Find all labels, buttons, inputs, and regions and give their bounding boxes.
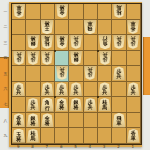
sente-silver-piece[interactable]: 銀将 bbox=[27, 113, 39, 127]
piece-kanji-label: 桂馬 bbox=[116, 5, 121, 15]
rank-label-七: 七 bbox=[3, 97, 9, 113]
piece-kanji-label: 歩兵 bbox=[73, 85, 78, 95]
board-square-5六[interactable]: 歩兵 bbox=[69, 82, 83, 98]
board-square-2一[interactable]: 桂馬 bbox=[112, 4, 126, 20]
board-square-5八[interactable] bbox=[69, 113, 83, 129]
board-square-7一[interactable] bbox=[41, 4, 55, 20]
sente-pawn-piece[interactable]: 歩兵 bbox=[27, 98, 39, 112]
board-square-6五[interactable]: 歩兵 bbox=[55, 66, 69, 82]
sente-pawn-piece[interactable]: 歩兵 bbox=[70, 82, 82, 96]
board-square-3二[interactable] bbox=[98, 20, 112, 36]
gote-pawn-piece[interactable]: 歩兵 bbox=[41, 51, 53, 65]
gote-pawn-piece[interactable]: 歩兵 bbox=[99, 51, 111, 65]
board-square-7九[interactable] bbox=[41, 128, 55, 144]
piece-kanji-label: 角行 bbox=[45, 100, 50, 110]
board-square-4五[interactable]: 歩兵 bbox=[84, 66, 98, 82]
board-square-1七[interactable] bbox=[127, 97, 141, 113]
shogi-board: 香車金将桂馬王将飛車香車銀将桂馬金将歩兵角行歩兵歩兵歩兵歩兵歩兵銀将歩兵歩兵歩兵… bbox=[9, 2, 142, 147]
board-square-5九[interactable] bbox=[69, 128, 83, 144]
gote-knight-piece[interactable]: 桂馬 bbox=[113, 4, 125, 18]
gote-pawn-piece[interactable]: 歩兵 bbox=[84, 67, 96, 81]
board-square-2七[interactable] bbox=[112, 97, 126, 113]
board-square-5四[interactable]: 銀将 bbox=[69, 51, 83, 67]
file-label-1: 1 bbox=[126, 144, 140, 149]
rank-coordinates: 一二三四五六七八九 bbox=[3, 3, 9, 143]
board-square-6三[interactable]: 金将 bbox=[55, 35, 69, 51]
board-square-3五[interactable] bbox=[98, 66, 112, 82]
piece-kanji-label: 歩兵 bbox=[30, 100, 35, 110]
piece-kanji-label: 金将 bbox=[59, 5, 64, 15]
piece-kanji-label: 金将 bbox=[45, 116, 50, 126]
file-label-7: 7 bbox=[40, 144, 54, 149]
piece-kanji-label: 角行 bbox=[102, 37, 107, 47]
rank-label-一: 一 bbox=[3, 3, 9, 19]
board-square-6九[interactable] bbox=[55, 128, 69, 144]
rank-label-九: 九 bbox=[3, 128, 9, 144]
piece-kanji-label: 歩兵 bbox=[16, 52, 21, 62]
board-square-8二[interactable] bbox=[26, 20, 40, 36]
file-label-6: 6 bbox=[54, 144, 68, 149]
sente-bishop-piece[interactable]: 角行 bbox=[41, 97, 54, 112]
board-square-3六[interactable]: 歩兵 bbox=[98, 82, 112, 98]
board-square-7五[interactable] bbox=[41, 66, 55, 82]
rank-label-二: 二 bbox=[3, 19, 9, 35]
gote-knight-piece[interactable]: 桂馬 bbox=[41, 35, 53, 49]
board-square-8九[interactable]: 桂馬 bbox=[26, 128, 40, 144]
board-square-1一[interactable] bbox=[127, 4, 141, 20]
sente-knight-piece[interactable]: 桂馬 bbox=[27, 129, 39, 143]
board-square-1三[interactable]: 歩兵 bbox=[127, 35, 141, 51]
piece-kanji-label: 歩兵 bbox=[131, 85, 136, 95]
sente-silver-piece[interactable]: 銀将 bbox=[70, 98, 82, 112]
board-square-4九[interactable] bbox=[84, 128, 98, 144]
sente-lance-piece[interactable]: 香車 bbox=[127, 129, 139, 143]
piece-kanji-label: 歩兵 bbox=[16, 85, 21, 95]
board-square-8七[interactable]: 歩兵 bbox=[26, 97, 40, 113]
board-square-6六[interactable]: 歩兵 bbox=[55, 82, 69, 98]
piece-kanji-label: 桂馬 bbox=[30, 131, 35, 141]
file-coordinates: 987654321 bbox=[11, 144, 140, 149]
sente-gold-piece[interactable]: 金将 bbox=[41, 113, 53, 127]
board-square-7八[interactable]: 金将 bbox=[41, 113, 55, 129]
board-square-4二[interactable]: 飛車 bbox=[84, 20, 98, 36]
board-square-5七[interactable]: 銀将 bbox=[69, 97, 83, 113]
gote-gold-piece[interactable]: 金将 bbox=[56, 4, 68, 18]
piece-kanji-label: 歩兵 bbox=[88, 68, 93, 78]
rank-label-六: 六 bbox=[3, 81, 9, 97]
board-square-7二[interactable]: 王将 bbox=[41, 20, 55, 36]
piece-kanji-label: 歩兵 bbox=[102, 52, 107, 62]
piece-kanji-label: 香車 bbox=[16, 5, 21, 15]
board-square-6八[interactable] bbox=[55, 113, 69, 129]
file-label-9: 9 bbox=[11, 144, 25, 149]
gote-pawn-piece[interactable]: 歩兵 bbox=[27, 51, 39, 65]
hoshi-star-point bbox=[97, 50, 99, 52]
komadai-sente[interactable] bbox=[143, 37, 150, 95]
board-square-8六[interactable] bbox=[26, 82, 40, 98]
piece-kanji-label: 歩兵 bbox=[45, 52, 50, 62]
piece-kanji-label: 金将 bbox=[59, 100, 64, 110]
board-square-3九[interactable] bbox=[98, 128, 112, 144]
board-square-6四[interactable] bbox=[55, 51, 69, 67]
board-square-9一[interactable]: 香車 bbox=[12, 4, 26, 20]
board-square-4八[interactable] bbox=[84, 113, 98, 129]
board-square-3一[interactable] bbox=[98, 4, 112, 20]
piece-kanji-label: 香車 bbox=[131, 21, 136, 31]
sente-gold-piece[interactable]: 金将 bbox=[56, 98, 68, 112]
file-label-2: 2 bbox=[111, 144, 125, 149]
file-label-4: 4 bbox=[83, 144, 97, 149]
piece-kanji-label: 玉将 bbox=[16, 131, 21, 141]
board-square-1二[interactable]: 香車 bbox=[127, 20, 141, 36]
sente-king-piece[interactable]: 玉将 bbox=[12, 128, 25, 143]
sente-pawn-piece[interactable]: 歩兵 bbox=[99, 82, 111, 96]
piece-kanji-label: 桂馬 bbox=[102, 100, 107, 110]
sente-rook-piece[interactable]: 飛車 bbox=[112, 113, 125, 128]
board-square-8三[interactable]: 銀将 bbox=[26, 35, 40, 51]
piece-kanji-label: 香車 bbox=[131, 131, 136, 141]
board-square-7四[interactable]: 歩兵 bbox=[41, 51, 55, 67]
piece-kanji-label: 歩兵 bbox=[116, 37, 121, 47]
board-square-3三[interactable]: 角行 bbox=[98, 35, 112, 51]
piece-kanji-label: 銀将 bbox=[73, 52, 78, 62]
board-square-9五[interactable] bbox=[12, 66, 26, 82]
board-square-2八[interactable]: 飛車 bbox=[112, 113, 126, 129]
piece-kanji-label: 歩兵 bbox=[131, 37, 136, 47]
board-square-8四[interactable]: 歩兵 bbox=[26, 51, 40, 67]
board-square-4四[interactable] bbox=[84, 51, 98, 67]
board-square-3四[interactable]: 歩兵 bbox=[98, 51, 112, 67]
gote-lance-piece[interactable]: 香車 bbox=[13, 4, 25, 18]
sente-pawn-piece[interactable]: 歩兵 bbox=[13, 82, 25, 96]
gote-pawn-piece[interactable]: 歩兵 bbox=[113, 35, 125, 49]
board-square-9九[interactable]: 玉将 bbox=[12, 128, 26, 144]
piece-kanji-label: 歩兵 bbox=[88, 100, 93, 110]
board-square-6七[interactable]: 金将 bbox=[55, 97, 69, 113]
gote-pawn-piece[interactable]: 歩兵 bbox=[70, 35, 82, 49]
rank-label-三: 三 bbox=[3, 34, 9, 50]
gote-pawn-piece[interactable]: 歩兵 bbox=[56, 67, 68, 81]
sente-pawn-piece[interactable]: 歩兵 bbox=[56, 82, 68, 96]
gote-bishop-piece[interactable]: 角行 bbox=[98, 35, 111, 50]
piece-kanji-label: 歩兵 bbox=[73, 37, 78, 47]
piece-kanji-label: 飛車 bbox=[116, 116, 121, 126]
board-square-5五[interactable] bbox=[69, 66, 83, 82]
piece-kanji-label: 歩兵 bbox=[116, 69, 121, 79]
sente-pawn-piece[interactable]: 歩兵 bbox=[84, 98, 96, 112]
board-square-7六[interactable]: 歩兵 bbox=[41, 82, 55, 98]
piece-kanji-label: 飛車 bbox=[88, 21, 93, 31]
file-label-3: 3 bbox=[97, 144, 111, 149]
piece-kanji-label: 王将 bbox=[45, 21, 50, 31]
board-square-9七[interactable] bbox=[12, 97, 26, 113]
board-square-1九[interactable]: 香車 bbox=[127, 128, 141, 144]
gote-king-piece[interactable]: 王将 bbox=[41, 20, 54, 35]
board-square-9八[interactable]: 香車 bbox=[12, 113, 26, 129]
board-square-5三[interactable]: 歩兵 bbox=[69, 35, 83, 51]
board-square-5二[interactable] bbox=[69, 20, 83, 36]
board-square-9三[interactable] bbox=[12, 35, 26, 51]
piece-kanji-label: 歩兵 bbox=[30, 52, 35, 62]
gote-gold-piece[interactable]: 金将 bbox=[56, 35, 68, 49]
gote-lance-piece[interactable]: 香車 bbox=[127, 20, 139, 34]
file-label-5: 5 bbox=[68, 144, 82, 149]
sente-knight-piece[interactable]: 桂馬 bbox=[99, 98, 111, 112]
board-square-6二[interactable] bbox=[55, 20, 69, 36]
sente-pawn-piece[interactable]: 歩兵 bbox=[41, 82, 53, 96]
rank-label-四: 四 bbox=[3, 50, 9, 66]
board-square-6一[interactable]: 金将 bbox=[55, 4, 69, 20]
board-square-9四[interactable]: 歩兵 bbox=[12, 51, 26, 67]
board-square-1四[interactable] bbox=[127, 51, 141, 67]
piece-kanji-label: 歩兵 bbox=[45, 85, 50, 95]
shogi-app-window: { "game": "shogi", "app": { "board_wood_… bbox=[0, 0, 150, 150]
gote-rook-piece[interactable]: 飛車 bbox=[84, 20, 97, 35]
sente-lance-piece[interactable]: 香車 bbox=[13, 113, 25, 127]
piece-kanji-label: 歩兵 bbox=[59, 68, 64, 78]
piece-kanji-label: 銀将 bbox=[30, 37, 35, 47]
board-square-2四[interactable] bbox=[112, 51, 126, 67]
sente-pawn-piece[interactable]: 歩兵 bbox=[127, 82, 139, 96]
board-square-1五[interactable] bbox=[127, 66, 141, 82]
board-square-8一[interactable] bbox=[26, 4, 40, 20]
board-square-8五[interactable] bbox=[26, 66, 40, 82]
board-square-3七[interactable]: 桂馬 bbox=[98, 97, 112, 113]
board-square-1八[interactable] bbox=[127, 113, 141, 129]
piece-kanji-label: 歩兵 bbox=[59, 85, 64, 95]
board-square-4六[interactable] bbox=[84, 82, 98, 98]
rank-label-八: 八 bbox=[3, 112, 9, 128]
board-square-7七[interactable]: 角行 bbox=[41, 97, 55, 113]
board-square-4七[interactable]: 歩兵 bbox=[84, 97, 98, 113]
piece-kanji-label: 桂馬 bbox=[45, 37, 50, 47]
gote-silver-piece[interactable]: 銀将 bbox=[27, 35, 39, 49]
piece-kanji-label: 銀将 bbox=[30, 116, 35, 126]
piece-kanji-label: 歩兵 bbox=[102, 85, 107, 95]
board-square-2六[interactable] bbox=[112, 82, 126, 98]
board-square-2二[interactable] bbox=[112, 20, 126, 36]
gote-silver-piece[interactable]: 銀将 bbox=[70, 51, 82, 65]
board-square-5一[interactable] bbox=[69, 4, 83, 20]
board-square-9二[interactable] bbox=[12, 20, 26, 36]
board-square-2九[interactable] bbox=[112, 128, 126, 144]
board-square-9六[interactable]: 歩兵 bbox=[12, 82, 26, 98]
file-label-8: 8 bbox=[25, 144, 39, 149]
gote-pawn-piece[interactable]: 歩兵 bbox=[13, 51, 25, 65]
piece-kanji-label: 香車 bbox=[16, 116, 21, 126]
board-square-3八[interactable] bbox=[98, 113, 112, 129]
board-square-4三[interactable] bbox=[84, 35, 98, 51]
rank-label-五: 五 bbox=[3, 66, 9, 82]
sente-pawn-piece[interactable]: 歩兵 bbox=[113, 67, 125, 81]
shogi-board-grid: 香車金将桂馬王将飛車香車銀将桂馬金将歩兵角行歩兵歩兵歩兵歩兵歩兵銀将歩兵歩兵歩兵… bbox=[11, 3, 142, 145]
board-square-1六[interactable]: 歩兵 bbox=[127, 82, 141, 98]
board-square-8八[interactable]: 銀将 bbox=[26, 113, 40, 129]
board-square-2三[interactable]: 歩兵 bbox=[112, 35, 126, 51]
board-square-2五[interactable]: 歩兵 bbox=[112, 66, 126, 82]
hoshi-star-point bbox=[54, 50, 56, 52]
gote-pawn-piece[interactable]: 歩兵 bbox=[127, 35, 139, 49]
board-square-7三[interactable]: 桂馬 bbox=[41, 35, 55, 51]
piece-kanji-label: 銀将 bbox=[73, 100, 78, 110]
board-square-4一[interactable] bbox=[84, 4, 98, 20]
piece-kanji-label: 金将 bbox=[59, 37, 64, 47]
